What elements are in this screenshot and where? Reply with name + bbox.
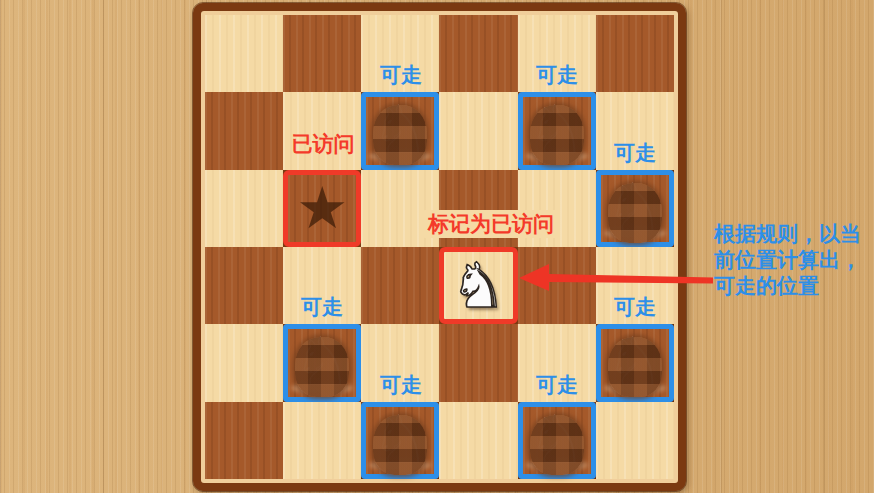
ghost-knight-mosaic (295, 337, 349, 397)
visited-star-marker: ★ (296, 179, 348, 237)
square-c0r4[interactable] (205, 324, 283, 401)
ghost-knight-mosaic (530, 415, 584, 475)
square-c0r1[interactable] (205, 92, 283, 169)
chess-board: ♘♘★♘♞♘♘♘♘ 可走 可走 可走 可走 可走 可走 可走 已访问 标记为已访… (193, 3, 686, 491)
square-c1r5[interactable] (283, 402, 361, 479)
ghost-knight-mosaic (608, 183, 662, 243)
square-c3r3[interactable]: ♞ (439, 247, 517, 324)
square-c1r4[interactable]: ♘ (283, 324, 361, 401)
square-c3r0[interactable] (439, 15, 517, 92)
board-frame-trim: ♘♘★♘♞♘♘♘♘ 可走 可走 可走 可走 可走 可走 可走 已访问 标记为已访… (201, 11, 678, 483)
square-c5r4[interactable]: ♘ (596, 324, 674, 401)
square-c5r3[interactable] (596, 247, 674, 324)
knight-moves-tutorial-screen: { "game": "chess (knight possible-moves … (0, 0, 874, 493)
square-c2r1[interactable]: ♘ (361, 92, 439, 169)
square-c1r3[interactable] (283, 247, 361, 324)
square-c2r4[interactable] (361, 324, 439, 401)
square-c4r4[interactable] (518, 324, 596, 401)
square-c3r1[interactable] (439, 92, 517, 169)
rule-note-line-1: 根据规则，以当 (714, 221, 872, 247)
square-c5r2[interactable]: ♘ (596, 170, 674, 247)
square-c3r4[interactable] (439, 324, 517, 401)
white-knight-piece[interactable]: ♞ (451, 255, 507, 317)
square-c0r3[interactable] (205, 247, 283, 324)
square-c4r1[interactable]: ♘ (518, 92, 596, 169)
square-c4r2[interactable] (518, 170, 596, 247)
rule-note: 根据规则，以当 前位置计算出， 可走的位置 (714, 221, 872, 299)
square-c2r0[interactable] (361, 15, 439, 92)
square-c4r5[interactable]: ♘ (518, 402, 596, 479)
square-c2r3[interactable] (361, 247, 439, 324)
square-c5r0[interactable] (596, 15, 674, 92)
square-c0r5[interactable] (205, 402, 283, 479)
square-c5r1[interactable] (596, 92, 674, 169)
rule-note-line-2: 前位置计算出， (714, 247, 872, 273)
square-c1r2[interactable]: ★ (283, 170, 361, 247)
ghost-knight-mosaic (530, 105, 584, 165)
square-c4r0[interactable] (518, 15, 596, 92)
square-c0r0[interactable] (205, 15, 283, 92)
ghost-knight-mosaic (608, 337, 662, 397)
ghost-knight-mosaic (373, 415, 427, 475)
ghost-knight-mosaic (373, 105, 427, 165)
square-c5r5[interactable] (596, 402, 674, 479)
board-grid: ♘♘★♘♞♘♘♘♘ (205, 15, 674, 479)
rule-note-line-3: 可走的位置 (714, 273, 872, 299)
square-c3r2[interactable] (439, 170, 517, 247)
square-c2r2[interactable] (361, 170, 439, 247)
square-c2r5[interactable]: ♘ (361, 402, 439, 479)
square-c1r1[interactable] (283, 92, 361, 169)
square-c4r3[interactable] (518, 247, 596, 324)
square-c0r2[interactable] (205, 170, 283, 247)
square-c1r0[interactable] (283, 15, 361, 92)
square-c3r5[interactable] (439, 402, 517, 479)
